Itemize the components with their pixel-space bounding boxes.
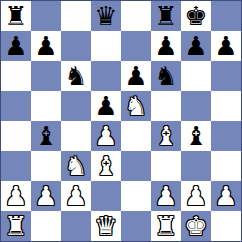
square-c5[interactable] — [61, 91, 91, 121]
black-knight[interactable]: ♞ — [64, 61, 87, 91]
square-f4[interactable]: ♝ — [151, 121, 181, 151]
black-bishop[interactable]: ♝ — [184, 121, 207, 151]
square-c2[interactable]: ♟ — [61, 181, 91, 211]
black-knight[interactable]: ♞ — [154, 61, 177, 91]
square-h3[interactable] — [211, 151, 241, 181]
square-d1[interactable]: ♛ — [91, 211, 121, 241]
black-pawn[interactable]: ♟ — [214, 31, 237, 61]
square-c3[interactable]: ♞ — [61, 151, 91, 181]
black-pawn[interactable]: ♟ — [184, 31, 207, 61]
black-pawn[interactable]: ♟ — [124, 61, 147, 91]
square-e7[interactable] — [121, 31, 151, 61]
square-b4[interactable]: ♝ — [31, 121, 61, 151]
square-g5[interactable] — [181, 91, 211, 121]
square-a4[interactable] — [1, 121, 31, 151]
black-queen[interactable]: ♛ — [94, 1, 117, 31]
square-d7[interactable] — [91, 31, 121, 61]
square-e5[interactable]: ♞ — [121, 91, 151, 121]
square-a3[interactable] — [1, 151, 31, 181]
square-a1[interactable]: ♜ — [1, 211, 31, 241]
square-h5[interactable] — [211, 91, 241, 121]
square-h6[interactable] — [211, 61, 241, 91]
square-c6[interactable]: ♞ — [61, 61, 91, 91]
square-f8[interactable]: ♜ — [151, 1, 181, 31]
square-d4[interactable]: ♟ — [91, 121, 121, 151]
square-g1[interactable]: ♚ — [181, 211, 211, 241]
square-c1[interactable] — [61, 211, 91, 241]
white-rook[interactable]: ♜ — [154, 211, 177, 241]
square-d5[interactable]: ♟ — [91, 91, 121, 121]
black-king[interactable]: ♚ — [184, 1, 207, 31]
square-e1[interactable] — [121, 211, 151, 241]
white-rook[interactable]: ♜ — [4, 211, 27, 241]
square-b6[interactable] — [31, 61, 61, 91]
square-b8[interactable] — [31, 1, 61, 31]
square-d3[interactable]: ♝ — [91, 151, 121, 181]
square-f1[interactable]: ♜ — [151, 211, 181, 241]
black-pawn[interactable]: ♟ — [4, 31, 27, 61]
square-g4[interactable]: ♝ — [181, 121, 211, 151]
black-rook[interactable]: ♜ — [4, 1, 27, 31]
square-g7[interactable]: ♟ — [181, 31, 211, 61]
white-pawn[interactable]: ♟ — [214, 181, 237, 211]
square-h8[interactable] — [211, 1, 241, 31]
white-bishop[interactable]: ♝ — [94, 151, 117, 181]
square-d8[interactable]: ♛ — [91, 1, 121, 31]
square-c8[interactable] — [61, 1, 91, 31]
black-rook[interactable]: ♜ — [154, 1, 177, 31]
black-pawn[interactable]: ♟ — [154, 31, 177, 61]
square-a6[interactable] — [1, 61, 31, 91]
white-pawn[interactable]: ♟ — [64, 181, 87, 211]
chess-board: ♜♛♜♚♟♟♟♟♟♞♟♞♟♞♝♟♝♝♞♝♟♟♟♟♟♟♜♛♜♚ — [0, 0, 242, 242]
square-f5[interactable] — [151, 91, 181, 121]
white-pawn[interactable]: ♟ — [184, 181, 207, 211]
white-pawn[interactable]: ♟ — [154, 181, 177, 211]
white-knight[interactable]: ♞ — [124, 91, 147, 121]
square-e3[interactable] — [121, 151, 151, 181]
square-c4[interactable] — [61, 121, 91, 151]
square-b7[interactable]: ♟ — [31, 31, 61, 61]
square-e4[interactable] — [121, 121, 151, 151]
white-pawn[interactable]: ♟ — [34, 181, 57, 211]
square-f3[interactable] — [151, 151, 181, 181]
square-b1[interactable] — [31, 211, 61, 241]
square-f6[interactable]: ♞ — [151, 61, 181, 91]
square-a8[interactable]: ♜ — [1, 1, 31, 31]
square-e2[interactable] — [121, 181, 151, 211]
square-h2[interactable]: ♟ — [211, 181, 241, 211]
square-b3[interactable] — [31, 151, 61, 181]
square-a5[interactable] — [1, 91, 31, 121]
square-h4[interactable] — [211, 121, 241, 151]
square-e8[interactable] — [121, 1, 151, 31]
square-e6[interactable]: ♟ — [121, 61, 151, 91]
white-bishop[interactable]: ♝ — [154, 121, 177, 151]
square-d2[interactable] — [91, 181, 121, 211]
white-queen[interactable]: ♛ — [94, 211, 117, 241]
square-f2[interactable]: ♟ — [151, 181, 181, 211]
square-g2[interactable]: ♟ — [181, 181, 211, 211]
white-knight[interactable]: ♞ — [64, 151, 87, 181]
square-b5[interactable] — [31, 91, 61, 121]
square-h1[interactable] — [211, 211, 241, 241]
square-d6[interactable] — [91, 61, 121, 91]
square-c7[interactable] — [61, 31, 91, 61]
square-g8[interactable]: ♚ — [181, 1, 211, 31]
black-bishop[interactable]: ♝ — [34, 121, 57, 151]
black-pawn[interactable]: ♟ — [94, 91, 117, 121]
square-g3[interactable] — [181, 151, 211, 181]
square-g6[interactable] — [181, 61, 211, 91]
square-b2[interactable]: ♟ — [31, 181, 61, 211]
black-pawn[interactable]: ♟ — [34, 31, 57, 61]
square-a7[interactable]: ♟ — [1, 31, 31, 61]
square-f7[interactable]: ♟ — [151, 31, 181, 61]
white-pawn[interactable]: ♟ — [4, 181, 27, 211]
square-h7[interactable]: ♟ — [211, 31, 241, 61]
white-king[interactable]: ♚ — [184, 211, 207, 241]
white-pawn[interactable]: ♟ — [94, 121, 117, 151]
square-a2[interactable]: ♟ — [1, 181, 31, 211]
